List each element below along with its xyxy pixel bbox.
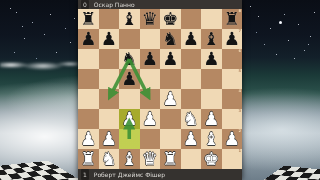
square-b5[interactable]: [99, 69, 120, 89]
stars-left-decoration: [10, 8, 11, 9]
square-h5[interactable]: 5: [222, 69, 243, 89]
white-queen[interactable]: ♛: [140, 149, 161, 169]
square-h2[interactable]: 2♟: [222, 129, 243, 149]
black-bishop[interactable]: ♝: [119, 9, 140, 29]
white-pawn[interactable]: ♟: [140, 109, 161, 129]
chess-board-panel: 0 Оскар Панно ♜♝♛♚8♜♟♟♞♟♝7♟♞♟♟♟6♟5♟4♟♟♞♟…: [78, 0, 242, 180]
rank-label-6: 6: [238, 49, 241, 53]
wave-foam-crest: [0, 60, 78, 70]
black-rook[interactable]: ♜: [222, 9, 243, 29]
square-h3[interactable]: 3: [222, 109, 243, 129]
white-pawn[interactable]: ♟: [181, 129, 202, 149]
square-e6[interactable]: ♟: [160, 49, 181, 69]
checkered-floor-right: [256, 166, 320, 180]
white-pawn[interactable]: ♟: [201, 109, 222, 129]
white-pawn[interactable]: ♟: [222, 129, 243, 149]
square-g7[interactable]: ♝: [201, 29, 222, 49]
white-bishop[interactable]: ♝: [119, 149, 140, 169]
square-d5[interactable]: [140, 69, 161, 89]
square-g5[interactable]: [201, 69, 222, 89]
black-pawn[interactable]: ♟: [140, 49, 161, 69]
square-a5[interactable]: [78, 69, 99, 89]
square-a1[interactable]: ♜: [78, 149, 99, 169]
top-player-bar: 0 Оскар Панно: [78, 0, 242, 9]
square-h1[interactable]: 1: [222, 149, 243, 169]
square-h4[interactable]: 4: [222, 89, 243, 109]
square-c3[interactable]: ♟: [119, 109, 140, 129]
square-e4[interactable]: ♟: [160, 89, 181, 109]
square-f3[interactable]: ♞: [181, 109, 202, 129]
black-pawn[interactable]: ♟: [222, 29, 243, 49]
white-knight[interactable]: ♞: [181, 109, 202, 129]
bottom-player-name: Роберт Джеймс Фішер: [94, 169, 165, 180]
square-h6[interactable]: 6: [222, 49, 243, 69]
board-grid: ♜♝♛♚8♜♟♟♞♟♝7♟♞♟♟♟6♟5♟4♟♟♞♟3♟♟♟♝2♟♜♞♝♛♜♚1: [78, 9, 242, 169]
black-queen[interactable]: ♛: [140, 9, 161, 29]
bottom-player-score: 1: [81, 169, 89, 180]
square-e2[interactable]: [160, 129, 181, 149]
white-rook[interactable]: ♜: [78, 149, 99, 169]
black-king[interactable]: ♚: [160, 9, 181, 29]
square-c7[interactable]: [119, 29, 140, 49]
square-b4[interactable]: [99, 89, 120, 109]
square-b7[interactable]: ♟: [99, 29, 120, 49]
square-e8[interactable]: ♚: [160, 9, 181, 29]
bottom-player-bar: 1 Роберт Джеймс Фішер: [78, 169, 242, 180]
square-g6[interactable]: ♟: [201, 49, 222, 69]
square-f7[interactable]: ♟: [181, 29, 202, 49]
black-pawn[interactable]: ♟: [99, 29, 120, 49]
square-g3[interactable]: ♟: [201, 109, 222, 129]
square-b2[interactable]: ♟: [99, 129, 120, 149]
checkered-floor-left: [0, 161, 82, 180]
white-pawn[interactable]: ♟: [78, 129, 99, 149]
square-c8[interactable]: ♝: [119, 9, 140, 29]
rank-label-1: 1: [238, 149, 241, 153]
black-knight[interactable]: ♞: [160, 29, 181, 49]
rank-label-5: 5: [238, 69, 241, 73]
square-d3[interactable]: ♟: [140, 109, 161, 129]
square-g2[interactable]: ♝: [201, 129, 222, 149]
square-f1[interactable]: [181, 149, 202, 169]
black-bishop[interactable]: ♝: [201, 29, 222, 49]
black-rook[interactable]: ♜: [78, 9, 99, 29]
white-king[interactable]: ♚: [201, 149, 222, 169]
square-b3[interactable]: [99, 109, 120, 129]
square-a8[interactable]: ♜: [78, 9, 99, 29]
black-pawn[interactable]: ♟: [181, 29, 202, 49]
square-c4[interactable]: [119, 89, 140, 109]
square-g1[interactable]: ♚: [201, 149, 222, 169]
square-e5[interactable]: [160, 69, 181, 89]
black-pawn[interactable]: ♟: [78, 29, 99, 49]
rank-label-4: 4: [238, 89, 241, 93]
square-b8[interactable]: [99, 9, 120, 29]
square-a7[interactable]: ♟: [78, 29, 99, 49]
square-c6[interactable]: ♞: [119, 49, 140, 69]
square-a4[interactable]: [78, 89, 99, 109]
square-h7[interactable]: 7♟: [222, 29, 243, 49]
square-d4[interactable]: [140, 89, 161, 109]
black-pawn[interactable]: ♟: [201, 49, 222, 69]
square-a3[interactable]: [78, 109, 99, 129]
square-g4[interactable]: [201, 89, 222, 109]
square-f5[interactable]: [181, 69, 202, 89]
chess-board: ♜♝♛♚8♜♟♟♞♟♝7♟♞♟♟♟6♟5♟4♟♟♞♟3♟♟♟♝2♟♜♞♝♛♜♚1: [78, 9, 242, 169]
black-knight[interactable]: ♞: [119, 49, 140, 69]
square-b1[interactable]: ♞: [99, 149, 120, 169]
square-c2[interactable]: [119, 129, 140, 149]
white-rook[interactable]: ♜: [160, 149, 181, 169]
square-d7[interactable]: [140, 29, 161, 49]
square-h8[interactable]: 8♜: [222, 9, 243, 29]
square-b6[interactable]: [99, 49, 120, 69]
square-a6[interactable]: [78, 49, 99, 69]
square-f4[interactable]: [181, 89, 202, 109]
black-pawn[interactable]: ♟: [119, 69, 140, 89]
white-pawn[interactable]: ♟: [160, 89, 181, 109]
rank-label-3: 3: [238, 109, 241, 113]
square-f8[interactable]: [181, 9, 202, 29]
white-knight[interactable]: ♞: [99, 149, 120, 169]
square-e1[interactable]: ♜: [160, 149, 181, 169]
square-f2[interactable]: ♟: [181, 129, 202, 149]
square-d2[interactable]: [140, 129, 161, 149]
stars-right-decoration: [250, 6, 251, 7]
square-c5[interactable]: ♟: [119, 69, 140, 89]
square-e3[interactable]: [160, 109, 181, 129]
white-pawn[interactable]: ♟: [99, 129, 120, 149]
thumbnail-stage: 0 Оскар Панно ♜♝♛♚8♜♟♟♞♟♝7♟♞♟♟♟6♟5♟4♟♟♞♟…: [0, 0, 320, 180]
square-d8[interactable]: ♛: [140, 9, 161, 29]
square-d1[interactable]: ♛: [140, 149, 161, 169]
square-d6[interactable]: ♟: [140, 49, 161, 69]
white-pawn[interactable]: ♟: [119, 109, 140, 129]
black-pawn[interactable]: ♟: [160, 49, 181, 69]
square-g8[interactable]: [201, 9, 222, 29]
white-bishop[interactable]: ♝: [201, 129, 222, 149]
square-a2[interactable]: ♟: [78, 129, 99, 149]
square-e7[interactable]: ♞: [160, 29, 181, 49]
square-c1[interactable]: ♝: [119, 149, 140, 169]
square-f6[interactable]: [181, 49, 202, 69]
